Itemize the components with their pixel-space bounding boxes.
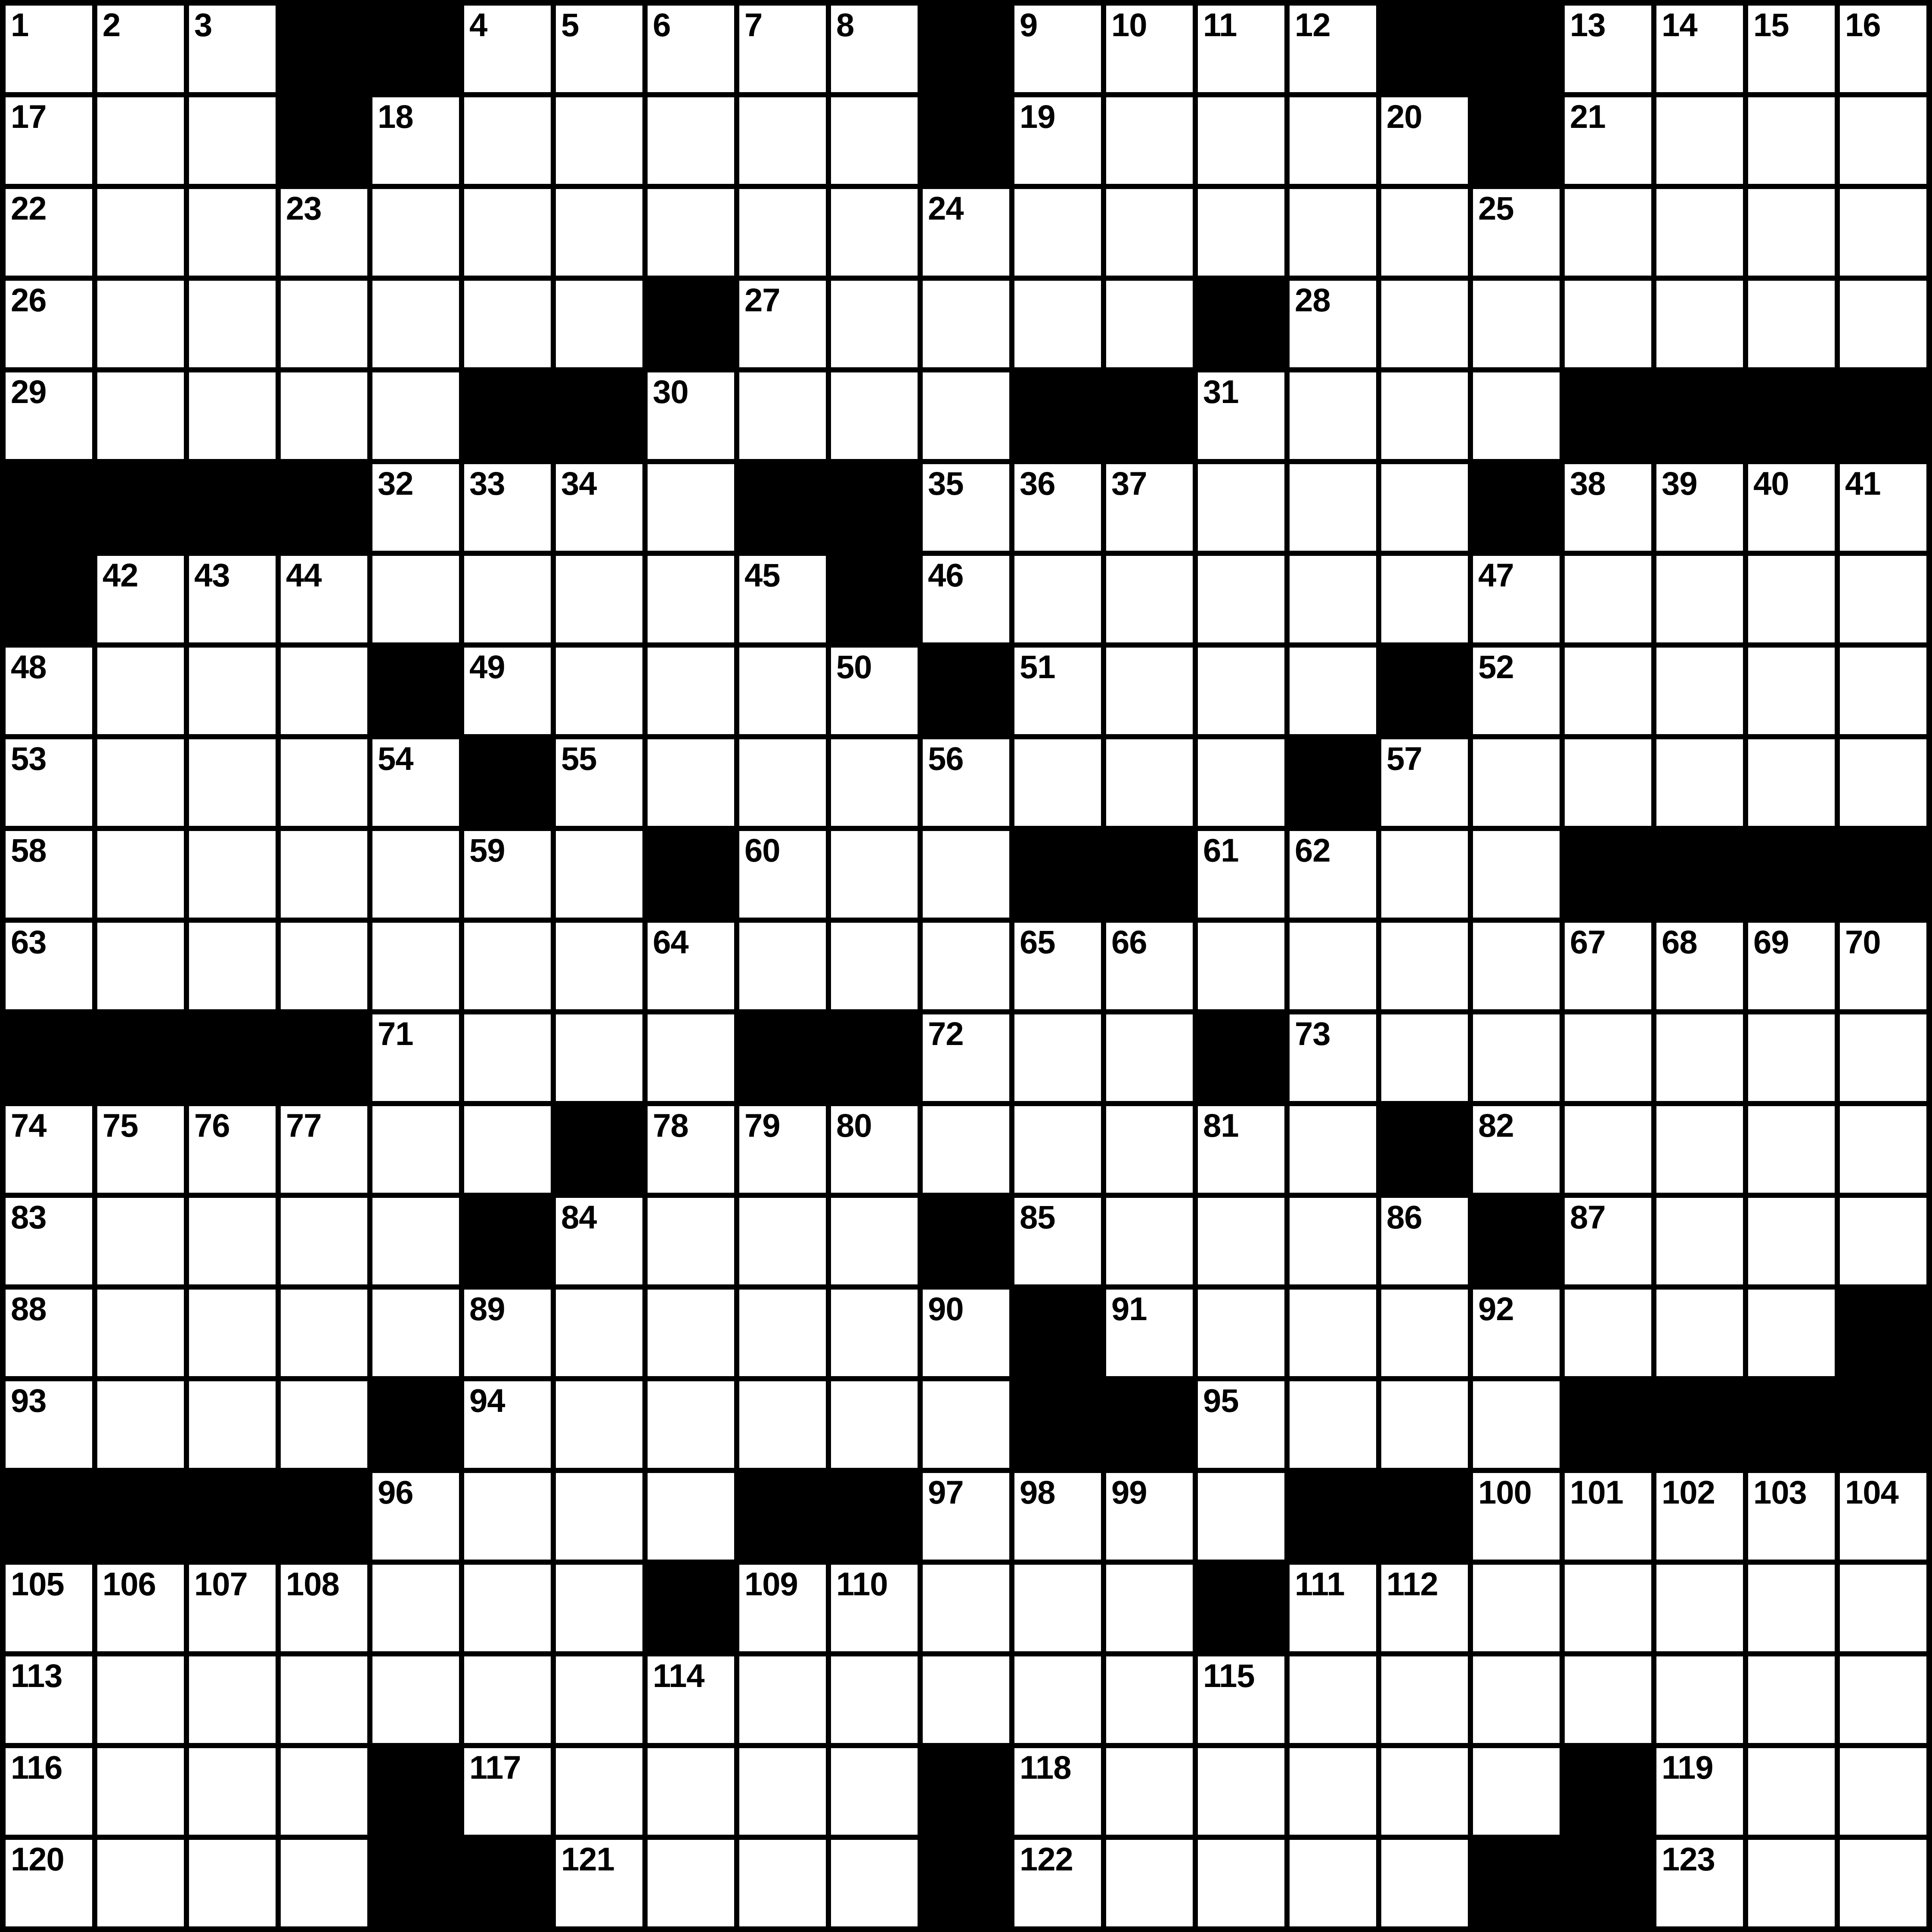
grid-cell[interactable]: [556, 1381, 642, 1468]
grid-cell[interactable]: [464, 97, 551, 184]
grid-cell[interactable]: 13: [1565, 6, 1651, 92]
grid-cell[interactable]: [556, 1014, 642, 1101]
grid-cell[interactable]: [923, 281, 1009, 367]
grid-cell[interactable]: [556, 648, 642, 734]
grid-cell[interactable]: [1106, 648, 1193, 734]
grid-cell[interactable]: [648, 189, 734, 276]
grid-cell[interactable]: [831, 1656, 918, 1743]
grid-cell[interactable]: 29: [6, 372, 92, 459]
grid-cell[interactable]: [189, 739, 276, 826]
grid-cell[interactable]: [1014, 1565, 1101, 1651]
grid-cell[interactable]: [1290, 1840, 1376, 1926]
grid-cell[interactable]: [97, 1656, 184, 1743]
grid-cell[interactable]: 33: [464, 464, 551, 551]
grid-cell[interactable]: 86: [1381, 1198, 1468, 1284]
grid-cell[interactable]: 100: [1473, 1473, 1560, 1560]
grid-cell[interactable]: [97, 923, 184, 1009]
grid-cell[interactable]: [739, 1840, 826, 1926]
grid-cell[interactable]: [97, 189, 184, 276]
grid-cell[interactable]: 120: [6, 1840, 92, 1926]
grid-cell[interactable]: [1748, 1290, 1835, 1376]
grid-cell[interactable]: [281, 1381, 367, 1468]
grid-cell[interactable]: 8: [831, 6, 918, 92]
grid-cell[interactable]: 79: [739, 1106, 826, 1193]
grid-cell[interactable]: 14: [1656, 6, 1743, 92]
grid-cell[interactable]: [831, 281, 918, 367]
grid-cell[interactable]: [1106, 97, 1193, 184]
grid-cell[interactable]: [464, 923, 551, 1009]
grid-cell[interactable]: 84: [556, 1198, 642, 1284]
grid-cell[interactable]: [1106, 1106, 1193, 1193]
grid-cell[interactable]: 20: [1381, 97, 1468, 184]
grid-cell[interactable]: 76: [189, 1106, 276, 1193]
grid-cell[interactable]: [1014, 189, 1101, 276]
grid-cell[interactable]: 99: [1106, 1473, 1193, 1560]
grid-cell[interactable]: 87: [1565, 1198, 1651, 1284]
grid-cell[interactable]: 6: [648, 6, 734, 92]
grid-cell[interactable]: [97, 1198, 184, 1284]
grid-cell[interactable]: [1106, 1656, 1193, 1743]
grid-cell[interactable]: 54: [372, 739, 459, 826]
grid-cell[interactable]: [831, 1840, 918, 1926]
grid-cell[interactable]: 109: [739, 1565, 826, 1651]
grid-cell[interactable]: [97, 372, 184, 459]
grid-cell[interactable]: [1198, 189, 1284, 276]
grid-cell[interactable]: [648, 1290, 734, 1376]
grid-cell[interactable]: [739, 923, 826, 1009]
grid-cell[interactable]: 41: [1840, 464, 1926, 551]
grid-cell[interactable]: [739, 372, 826, 459]
grid-cell[interactable]: [372, 372, 459, 459]
grid-cell[interactable]: [1290, 189, 1376, 276]
grid-cell[interactable]: 78: [648, 1106, 734, 1193]
grid-cell[interactable]: 65: [1014, 923, 1101, 1009]
grid-cell[interactable]: [189, 1840, 276, 1926]
grid-cell[interactable]: [372, 1106, 459, 1193]
grid-cell[interactable]: [923, 1656, 1009, 1743]
grid-cell[interactable]: [739, 1748, 826, 1835]
grid-cell[interactable]: 94: [464, 1381, 551, 1468]
grid-cell[interactable]: [97, 1290, 184, 1376]
grid-cell[interactable]: [1473, 831, 1560, 918]
grid-cell[interactable]: [372, 831, 459, 918]
grid-cell[interactable]: [189, 97, 276, 184]
grid-cell[interactable]: [1840, 1106, 1926, 1193]
grid-cell[interactable]: [1748, 1106, 1835, 1193]
grid-cell[interactable]: 2: [97, 6, 184, 92]
grid-cell[interactable]: 43: [189, 556, 276, 642]
grid-cell[interactable]: [372, 189, 459, 276]
grid-cell[interactable]: [281, 372, 367, 459]
grid-cell[interactable]: [923, 1106, 1009, 1193]
grid-cell[interactable]: 95: [1198, 1381, 1284, 1468]
grid-cell[interactable]: [1106, 189, 1193, 276]
grid-cell[interactable]: 73: [1290, 1014, 1376, 1101]
grid-cell[interactable]: [831, 372, 918, 459]
grid-cell[interactable]: [648, 1014, 734, 1101]
grid-cell[interactable]: [189, 281, 276, 367]
grid-cell[interactable]: 89: [464, 1290, 551, 1376]
grid-cell[interactable]: [1106, 739, 1193, 826]
grid-cell[interactable]: 103: [1748, 1473, 1835, 1560]
grid-cell[interactable]: 38: [1565, 464, 1651, 551]
grid-cell[interactable]: [923, 1381, 1009, 1468]
grid-cell[interactable]: [1290, 1748, 1376, 1835]
grid-cell[interactable]: 18: [372, 97, 459, 184]
grid-cell[interactable]: [464, 1473, 551, 1560]
grid-cell[interactable]: [1198, 97, 1284, 184]
grid-cell[interactable]: [1290, 556, 1376, 642]
grid-cell[interactable]: [281, 648, 367, 734]
grid-cell[interactable]: [1014, 739, 1101, 826]
grid-cell[interactable]: [97, 1381, 184, 1468]
grid-cell[interactable]: [189, 372, 276, 459]
grid-cell[interactable]: [189, 1198, 276, 1284]
grid-cell[interactable]: 115: [1198, 1656, 1284, 1743]
grid-cell[interactable]: [1748, 1840, 1835, 1926]
grid-cell[interactable]: 63: [6, 923, 92, 1009]
grid-cell[interactable]: 121: [556, 1840, 642, 1926]
grid-cell[interactable]: 25: [1473, 189, 1560, 276]
grid-cell[interactable]: 12: [1290, 6, 1376, 92]
grid-cell[interactable]: [1106, 281, 1193, 367]
grid-cell[interactable]: [1473, 739, 1560, 826]
grid-cell[interactable]: 61: [1198, 831, 1284, 918]
grid-cell[interactable]: [648, 1381, 734, 1468]
grid-cell[interactable]: [1198, 739, 1284, 826]
grid-cell[interactable]: 98: [1014, 1473, 1101, 1560]
grid-cell[interactable]: [281, 1840, 367, 1926]
grid-cell[interactable]: [1381, 372, 1468, 459]
grid-cell[interactable]: 15: [1748, 6, 1835, 92]
grid-cell[interactable]: [1381, 1840, 1468, 1926]
grid-cell[interactable]: 39: [1656, 464, 1743, 551]
grid-cell[interactable]: [189, 1748, 276, 1835]
grid-cell[interactable]: [1106, 1565, 1193, 1651]
grid-cell[interactable]: [1198, 1473, 1284, 1560]
grid-cell[interactable]: [1840, 281, 1926, 367]
grid-cell[interactable]: 35: [923, 464, 1009, 551]
grid-cell[interactable]: 26: [6, 281, 92, 367]
grid-cell[interactable]: [556, 831, 642, 918]
grid-cell[interactable]: 47: [1473, 556, 1560, 642]
grid-cell[interactable]: [97, 648, 184, 734]
grid-cell[interactable]: [1656, 1014, 1743, 1101]
grid-cell[interactable]: [189, 1290, 276, 1376]
grid-cell[interactable]: [1840, 1198, 1926, 1284]
grid-cell[interactable]: [831, 97, 918, 184]
grid-cell[interactable]: [281, 1748, 367, 1835]
grid-cell[interactable]: [1473, 1565, 1560, 1651]
grid-cell[interactable]: [1656, 97, 1743, 184]
grid-cell[interactable]: [1748, 189, 1835, 276]
grid-cell[interactable]: 96: [372, 1473, 459, 1560]
grid-cell[interactable]: [189, 831, 276, 918]
grid-cell[interactable]: [464, 1106, 551, 1193]
grid-cell[interactable]: [556, 97, 642, 184]
grid-cell[interactable]: [1106, 1748, 1193, 1835]
grid-cell[interactable]: [464, 281, 551, 367]
grid-cell[interactable]: 56: [923, 739, 1009, 826]
grid-cell[interactable]: [648, 648, 734, 734]
grid-cell[interactable]: [648, 1198, 734, 1284]
grid-cell[interactable]: 93: [6, 1381, 92, 1468]
grid-cell[interactable]: 101: [1565, 1473, 1651, 1560]
grid-cell[interactable]: [1290, 923, 1376, 1009]
grid-cell[interactable]: [1565, 189, 1651, 276]
grid-cell[interactable]: [1840, 1656, 1926, 1743]
grid-cell[interactable]: 122: [1014, 1840, 1101, 1926]
grid-cell[interactable]: [281, 281, 367, 367]
grid-cell[interactable]: [1106, 1014, 1193, 1101]
grid-cell[interactable]: [1290, 372, 1376, 459]
grid-cell[interactable]: 60: [739, 831, 826, 918]
grid-cell[interactable]: [1381, 1748, 1468, 1835]
grid-cell[interactable]: 67: [1565, 923, 1651, 1009]
grid-cell[interactable]: [97, 1840, 184, 1926]
grid-cell[interactable]: [1748, 1748, 1835, 1835]
grid-cell[interactable]: 16: [1840, 6, 1926, 92]
grid-cell[interactable]: [1840, 1840, 1926, 1926]
grid-cell[interactable]: 74: [6, 1106, 92, 1193]
grid-cell[interactable]: 52: [1473, 648, 1560, 734]
grid-cell[interactable]: [1565, 1656, 1651, 1743]
grid-cell[interactable]: [1748, 1014, 1835, 1101]
grid-cell[interactable]: [556, 281, 642, 367]
grid-cell[interactable]: 1: [6, 6, 92, 92]
grid-cell[interactable]: [1381, 1656, 1468, 1743]
grid-cell[interactable]: [1565, 1014, 1651, 1101]
grid-cell[interactable]: 22: [6, 189, 92, 276]
grid-cell[interactable]: 51: [1014, 648, 1101, 734]
grid-cell[interactable]: [648, 739, 734, 826]
grid-cell[interactable]: 70: [1840, 923, 1926, 1009]
grid-cell[interactable]: [1014, 556, 1101, 642]
grid-cell[interactable]: [281, 1198, 367, 1284]
grid-cell[interactable]: [831, 923, 918, 1009]
grid-cell[interactable]: [648, 1748, 734, 1835]
grid-cell[interactable]: 88: [6, 1290, 92, 1376]
grid-cell[interactable]: [648, 556, 734, 642]
grid-cell[interactable]: 82: [1473, 1106, 1560, 1193]
grid-cell[interactable]: [1840, 648, 1926, 734]
grid-cell[interactable]: 11: [1198, 6, 1284, 92]
grid-cell[interactable]: [1106, 1198, 1193, 1284]
grid-cell[interactable]: [1656, 1198, 1743, 1284]
grid-cell[interactable]: [1290, 97, 1376, 184]
grid-cell[interactable]: 62: [1290, 831, 1376, 918]
grid-cell[interactable]: [464, 1656, 551, 1743]
grid-cell[interactable]: [648, 1840, 734, 1926]
grid-cell[interactable]: [1014, 1106, 1101, 1193]
grid-cell[interactable]: 114: [648, 1656, 734, 1743]
grid-cell[interactable]: [1840, 739, 1926, 826]
grid-cell[interactable]: [1290, 1381, 1376, 1468]
grid-cell[interactable]: 64: [648, 923, 734, 1009]
grid-cell[interactable]: [281, 923, 367, 1009]
grid-cell[interactable]: 111: [1290, 1565, 1376, 1651]
grid-cell[interactable]: 28: [1290, 281, 1376, 367]
grid-cell[interactable]: 27: [739, 281, 826, 367]
grid-cell[interactable]: [372, 1290, 459, 1376]
grid-cell[interactable]: 110: [831, 1565, 918, 1651]
grid-cell[interactable]: [1840, 1748, 1926, 1835]
grid-cell[interactable]: [1656, 189, 1743, 276]
grid-cell[interactable]: [1840, 556, 1926, 642]
grid-cell[interactable]: [739, 1198, 826, 1284]
grid-cell[interactable]: [1656, 1106, 1743, 1193]
grid-cell[interactable]: [372, 923, 459, 1009]
grid-cell[interactable]: 44: [281, 556, 367, 642]
grid-cell[interactable]: [1381, 556, 1468, 642]
grid-cell[interactable]: 3: [189, 6, 276, 92]
grid-cell[interactable]: [1656, 556, 1743, 642]
grid-cell[interactable]: [189, 648, 276, 734]
grid-cell[interactable]: [831, 1290, 918, 1376]
grid-cell[interactable]: [831, 831, 918, 918]
grid-cell[interactable]: [739, 189, 826, 276]
grid-cell[interactable]: 42: [97, 556, 184, 642]
grid-cell[interactable]: 46: [923, 556, 1009, 642]
grid-cell[interactable]: 119: [1656, 1748, 1743, 1835]
grid-cell[interactable]: 5: [556, 6, 642, 92]
grid-cell[interactable]: [923, 372, 1009, 459]
grid-cell[interactable]: [1014, 1014, 1101, 1101]
grid-cell[interactable]: 102: [1656, 1473, 1743, 1560]
grid-cell[interactable]: [1656, 1656, 1743, 1743]
grid-cell[interactable]: [1014, 281, 1101, 367]
grid-cell[interactable]: [97, 97, 184, 184]
grid-cell[interactable]: [739, 97, 826, 184]
grid-cell[interactable]: 58: [6, 831, 92, 918]
grid-cell[interactable]: [923, 1565, 1009, 1651]
grid-cell[interactable]: [1840, 1014, 1926, 1101]
grid-cell[interactable]: [1198, 464, 1284, 551]
grid-cell[interactable]: [739, 1656, 826, 1743]
grid-cell[interactable]: [97, 281, 184, 367]
grid-cell[interactable]: [281, 739, 367, 826]
grid-cell[interactable]: [1473, 1014, 1560, 1101]
grid-cell[interactable]: 107: [189, 1565, 276, 1651]
grid-cell[interactable]: [739, 1381, 826, 1468]
grid-cell[interactable]: [1381, 1014, 1468, 1101]
grid-cell[interactable]: [1840, 189, 1926, 276]
grid-cell[interactable]: [372, 281, 459, 367]
grid-cell[interactable]: [556, 1656, 642, 1743]
grid-cell[interactable]: [1198, 1198, 1284, 1284]
grid-cell[interactable]: [1656, 281, 1743, 367]
grid-cell[interactable]: 117: [464, 1748, 551, 1835]
grid-cell[interactable]: [1198, 1840, 1284, 1926]
grid-cell[interactable]: [372, 1565, 459, 1651]
grid-cell[interactable]: [831, 1381, 918, 1468]
grid-cell[interactable]: [281, 1290, 367, 1376]
grid-cell[interactable]: [1290, 1656, 1376, 1743]
grid-cell[interactable]: [1290, 464, 1376, 551]
grid-cell[interactable]: [1748, 1198, 1835, 1284]
grid-cell[interactable]: [1381, 189, 1468, 276]
grid-cell[interactable]: 105: [6, 1565, 92, 1651]
grid-cell[interactable]: 123: [1656, 1840, 1743, 1926]
grid-cell[interactable]: [1198, 1748, 1284, 1835]
grid-cell[interactable]: 4: [464, 6, 551, 92]
grid-cell[interactable]: [97, 831, 184, 918]
grid-cell[interactable]: [1565, 1106, 1651, 1193]
grid-cell[interactable]: 7: [739, 6, 826, 92]
grid-cell[interactable]: 68: [1656, 923, 1743, 1009]
grid-cell[interactable]: 48: [6, 648, 92, 734]
grid-cell[interactable]: [739, 739, 826, 826]
grid-cell[interactable]: 21: [1565, 97, 1651, 184]
grid-cell[interactable]: 118: [1014, 1748, 1101, 1835]
grid-cell[interactable]: 91: [1106, 1290, 1193, 1376]
grid-cell[interactable]: [464, 556, 551, 642]
grid-cell[interactable]: [189, 1381, 276, 1468]
grid-cell[interactable]: 112: [1381, 1565, 1468, 1651]
grid-cell[interactable]: [1290, 1290, 1376, 1376]
grid-cell[interactable]: [372, 556, 459, 642]
grid-cell[interactable]: [1656, 648, 1743, 734]
grid-cell[interactable]: 53: [6, 739, 92, 826]
grid-cell[interactable]: [648, 1473, 734, 1560]
grid-cell[interactable]: [556, 1473, 642, 1560]
grid-cell[interactable]: [1381, 831, 1468, 918]
grid-cell[interactable]: 104: [1840, 1473, 1926, 1560]
grid-cell[interactable]: [556, 923, 642, 1009]
grid-cell[interactable]: [1198, 923, 1284, 1009]
grid-cell[interactable]: 66: [1106, 923, 1193, 1009]
grid-cell[interactable]: [1473, 923, 1560, 1009]
grid-cell[interactable]: 92: [1473, 1290, 1560, 1376]
grid-cell[interactable]: 23: [281, 189, 367, 276]
grid-cell[interactable]: [648, 464, 734, 551]
grid-cell[interactable]: 77: [281, 1106, 367, 1193]
grid-cell[interactable]: 69: [1748, 923, 1835, 1009]
grid-cell[interactable]: [464, 189, 551, 276]
grid-cell[interactable]: 97: [923, 1473, 1009, 1560]
grid-cell[interactable]: [556, 556, 642, 642]
grid-cell[interactable]: [1565, 739, 1651, 826]
grid-cell[interactable]: 32: [372, 464, 459, 551]
grid-cell[interactable]: [1473, 1748, 1560, 1835]
grid-cell[interactable]: [281, 1656, 367, 1743]
grid-cell[interactable]: 71: [372, 1014, 459, 1101]
grid-cell[interactable]: 17: [6, 97, 92, 184]
grid-cell[interactable]: 19: [1014, 97, 1101, 184]
grid-cell[interactable]: [464, 1014, 551, 1101]
grid-cell[interactable]: [1840, 97, 1926, 184]
grid-cell[interactable]: [831, 1748, 918, 1835]
grid-cell[interactable]: [1473, 372, 1560, 459]
grid-cell[interactable]: [831, 189, 918, 276]
grid-cell[interactable]: [1565, 648, 1651, 734]
grid-cell[interactable]: [1748, 1565, 1835, 1651]
grid-cell[interactable]: 85: [1014, 1198, 1101, 1284]
grid-cell[interactable]: [97, 739, 184, 826]
grid-cell[interactable]: 72: [923, 1014, 1009, 1101]
grid-cell[interactable]: [372, 1198, 459, 1284]
grid-cell[interactable]: [1748, 556, 1835, 642]
grid-cell[interactable]: [1290, 1198, 1376, 1284]
grid-cell[interactable]: [1656, 739, 1743, 826]
grid-cell[interactable]: [189, 923, 276, 1009]
grid-cell[interactable]: [464, 1565, 551, 1651]
grid-cell[interactable]: [189, 1656, 276, 1743]
grid-cell[interactable]: [1290, 648, 1376, 734]
grid-cell[interactable]: [97, 1748, 184, 1835]
grid-cell[interactable]: [1565, 556, 1651, 642]
grid-cell[interactable]: [1565, 1290, 1651, 1376]
